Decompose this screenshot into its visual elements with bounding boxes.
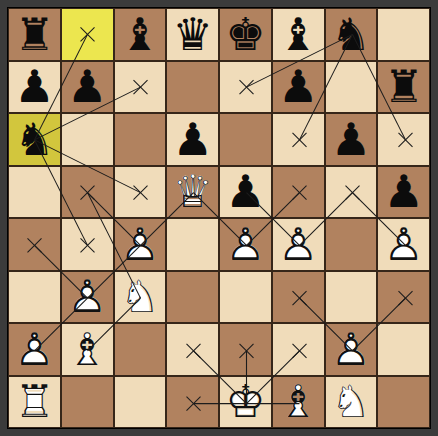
white-pawn-fill-b3: ♟ xyxy=(61,271,114,324)
white-bishop-f1: ♗ xyxy=(272,376,325,429)
square-f6[interactable] xyxy=(272,113,325,166)
square-a7[interactable]: ♟ xyxy=(8,61,61,114)
square-b3[interactable]: ♟♙ xyxy=(61,271,114,324)
square-a4[interactable] xyxy=(8,218,61,271)
square-c3[interactable]: ♞♘ xyxy=(114,271,167,324)
black-king-e8: ♚ xyxy=(219,8,272,61)
black-pawn-b7: ♟ xyxy=(61,61,114,114)
white-pawn-h4: ♙ xyxy=(377,218,430,271)
white-knight-fill-c3: ♞ xyxy=(114,271,167,324)
square-d2[interactable] xyxy=(166,323,219,376)
white-king-fill-e1: ♚ xyxy=(219,376,272,429)
square-c7[interactable] xyxy=(114,61,167,114)
white-pawn-fill-f4: ♟ xyxy=(272,218,325,271)
square-a6[interactable]: ♞ xyxy=(8,113,61,166)
square-d5[interactable]: ♛♕ xyxy=(166,166,219,219)
white-knight-c3: ♘ xyxy=(114,271,167,324)
square-c4[interactable]: ♟♙ xyxy=(114,218,167,271)
black-bishop-f8: ♝ xyxy=(272,8,325,61)
square-b8[interactable] xyxy=(61,8,114,61)
white-queen-fill-d5: ♛ xyxy=(166,166,219,219)
white-bishop-fill-f1: ♝ xyxy=(272,376,325,429)
square-f4[interactable]: ♟♙ xyxy=(272,218,325,271)
square-b6[interactable] xyxy=(61,113,114,166)
square-e7[interactable] xyxy=(219,61,272,114)
square-e1[interactable]: ♚♔ xyxy=(219,376,272,429)
square-h5[interactable]: ♟ xyxy=(377,166,430,219)
square-h1[interactable] xyxy=(377,376,430,429)
white-pawn-a2: ♙ xyxy=(8,323,61,376)
square-e8[interactable]: ♚ xyxy=(219,8,272,61)
square-b7[interactable]: ♟ xyxy=(61,61,114,114)
square-g6[interactable]: ♟ xyxy=(325,113,378,166)
square-c1[interactable] xyxy=(114,376,167,429)
square-d1[interactable] xyxy=(166,376,219,429)
square-c6[interactable] xyxy=(114,113,167,166)
black-pawn-h5: ♟ xyxy=(377,166,430,219)
square-g5[interactable] xyxy=(325,166,378,219)
white-pawn-e4: ♙ xyxy=(219,218,272,271)
black-knight-a6: ♞ xyxy=(8,113,61,166)
square-h7[interactable]: ♜ xyxy=(377,61,430,114)
black-pawn-d6: ♟ xyxy=(166,113,219,166)
white-pawn-fill-h4: ♟ xyxy=(377,218,430,271)
square-b1[interactable] xyxy=(61,376,114,429)
chess-board: ♜♝♛♚♝♞♟♟♟♜♞♟♟♛♕♟♟♟♙♟♙♟♙♟♙♟♙♞♘♟♙♝♗♟♙♜♖♚♔♝… xyxy=(7,7,431,429)
board-grid: ♜♝♛♚♝♞♟♟♟♜♞♟♟♛♕♟♟♟♙♟♙♟♙♟♙♟♙♞♘♟♙♝♗♟♙♜♖♚♔♝… xyxy=(8,8,430,428)
square-h8[interactable] xyxy=(377,8,430,61)
white-bishop-fill-b2: ♝ xyxy=(61,323,114,376)
square-g7[interactable] xyxy=(325,61,378,114)
square-f2[interactable] xyxy=(272,323,325,376)
square-h4[interactable]: ♟♙ xyxy=(377,218,430,271)
square-d4[interactable] xyxy=(166,218,219,271)
black-pawn-g6: ♟ xyxy=(325,113,378,166)
square-h6[interactable] xyxy=(377,113,430,166)
square-g8[interactable]: ♞ xyxy=(325,8,378,61)
square-e6[interactable] xyxy=(219,113,272,166)
square-a1[interactable]: ♜♖ xyxy=(8,376,61,429)
white-pawn-fill-a2: ♟ xyxy=(8,323,61,376)
white-pawn-c4: ♙ xyxy=(114,218,167,271)
white-pawn-fill-e4: ♟ xyxy=(219,218,272,271)
square-h2[interactable] xyxy=(377,323,430,376)
white-pawn-b3: ♙ xyxy=(61,271,114,324)
square-g4[interactable] xyxy=(325,218,378,271)
square-a5[interactable] xyxy=(8,166,61,219)
black-pawn-e5: ♟ xyxy=(219,166,272,219)
black-rook-h7: ♜ xyxy=(377,61,430,114)
black-pawn-a7: ♟ xyxy=(8,61,61,114)
square-c2[interactable] xyxy=(114,323,167,376)
square-a3[interactable] xyxy=(8,271,61,324)
square-g1[interactable]: ♞♘ xyxy=(325,376,378,429)
black-knight-g8: ♞ xyxy=(325,8,378,61)
square-e4[interactable]: ♟♙ xyxy=(219,218,272,271)
black-pawn-f7: ♟ xyxy=(272,61,325,114)
square-f5[interactable] xyxy=(272,166,325,219)
white-pawn-g2: ♙ xyxy=(325,323,378,376)
square-e2[interactable] xyxy=(219,323,272,376)
white-pawn-fill-g2: ♟ xyxy=(325,323,378,376)
square-c5[interactable] xyxy=(114,166,167,219)
white-king-e1: ♔ xyxy=(219,376,272,429)
square-e5[interactable]: ♟ xyxy=(219,166,272,219)
square-f1[interactable]: ♝♗ xyxy=(272,376,325,429)
white-queen-d5: ♕ xyxy=(166,166,219,219)
white-rook-fill-a1: ♜ xyxy=(8,376,61,429)
white-pawn-fill-c4: ♟ xyxy=(114,218,167,271)
black-bishop-c8: ♝ xyxy=(114,8,167,61)
board-frame: ♜♝♛♚♝♞♟♟♟♜♞♟♟♛♕♟♟♟♙♟♙♟♙♟♙♟♙♞♘♟♙♝♗♟♙♜♖♚♔♝… xyxy=(0,0,438,436)
square-e3[interactable] xyxy=(219,271,272,324)
square-b5[interactable] xyxy=(61,166,114,219)
square-f7[interactable]: ♟ xyxy=(272,61,325,114)
square-f8[interactable]: ♝ xyxy=(272,8,325,61)
white-knight-g1: ♘ xyxy=(325,376,378,429)
square-c8[interactable]: ♝ xyxy=(114,8,167,61)
square-b2[interactable]: ♝♗ xyxy=(61,323,114,376)
white-bishop-b2: ♗ xyxy=(61,323,114,376)
square-g3[interactable] xyxy=(325,271,378,324)
square-f3[interactable] xyxy=(272,271,325,324)
square-b4[interactable] xyxy=(61,218,114,271)
square-g2[interactable]: ♟♙ xyxy=(325,323,378,376)
white-knight-fill-g1: ♞ xyxy=(325,376,378,429)
square-h3[interactable] xyxy=(377,271,430,324)
white-pawn-f4: ♙ xyxy=(272,218,325,271)
square-d8[interactable]: ♛ xyxy=(166,8,219,61)
white-rook-a1: ♖ xyxy=(8,376,61,429)
square-d3[interactable] xyxy=(166,271,219,324)
black-rook-a8: ♜ xyxy=(8,8,61,61)
black-queen-d8: ♛ xyxy=(166,8,219,61)
square-a2[interactable]: ♟♙ xyxy=(8,323,61,376)
square-d7[interactable] xyxy=(166,61,219,114)
square-d6[interactable]: ♟ xyxy=(166,113,219,166)
square-a8[interactable]: ♜ xyxy=(8,8,61,61)
